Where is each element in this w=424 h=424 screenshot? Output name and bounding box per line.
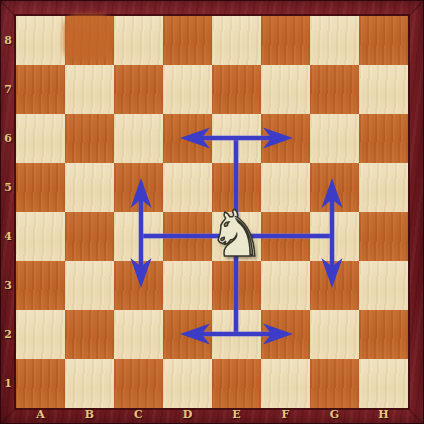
square-e8[interactable] [212,16,261,65]
square-h8[interactable] [359,16,408,65]
square-c2[interactable] [114,310,163,359]
square-b2[interactable] [65,310,114,359]
square-g2[interactable] [310,310,359,359]
square-f2[interactable] [261,310,310,359]
square-b8[interactable] [65,16,114,65]
square-c3[interactable] [114,261,163,310]
square-c7[interactable] [114,65,163,114]
square-g6[interactable] [310,114,359,163]
square-g1[interactable] [310,359,359,408]
square-f1[interactable] [261,359,310,408]
square-c5[interactable] [114,163,163,212]
square-b6[interactable] [65,114,114,163]
square-h3[interactable] [359,261,408,310]
square-g5[interactable] [310,163,359,212]
square-e6[interactable] [212,114,261,163]
rank-label-6: 6 [0,114,16,163]
frame-corner-seam [0,0,16,16]
square-e1[interactable] [212,359,261,408]
square-c1[interactable] [114,359,163,408]
square-d2[interactable] [163,310,212,359]
rank-label-8: 8 [0,16,16,65]
square-g8[interactable] [310,16,359,65]
rank-label-2: 2 [0,310,16,359]
square-g3[interactable] [310,261,359,310]
rank-label-4: 4 [0,212,16,261]
square-a1[interactable] [16,359,65,408]
square-b3[interactable] [65,261,114,310]
file-label-h: H [359,407,408,424]
square-b5[interactable] [65,163,114,212]
square-h6[interactable] [359,114,408,163]
file-label-c: C [114,407,163,424]
file-label-f: F [261,407,310,424]
square-a7[interactable] [16,65,65,114]
frame-corner-seam [408,408,424,424]
square-h4[interactable] [359,212,408,261]
square-c8[interactable] [114,16,163,65]
chessboard-app: ♞ 87654321ABCDEFGH [0,0,424,424]
file-label-g: G [310,407,359,424]
square-a8[interactable] [16,16,65,65]
square-b7[interactable] [65,65,114,114]
square-g4[interactable] [310,212,359,261]
square-c6[interactable] [114,114,163,163]
square-e7[interactable] [212,65,261,114]
file-label-d: D [163,407,212,424]
square-b1[interactable] [65,359,114,408]
frame-corner-seam [408,0,424,16]
square-a2[interactable] [16,310,65,359]
square-d7[interactable] [163,65,212,114]
square-d1[interactable] [163,359,212,408]
rank-label-5: 5 [0,163,16,212]
square-a3[interactable] [16,261,65,310]
rank-label-7: 7 [0,65,16,114]
square-f8[interactable] [261,16,310,65]
square-e2[interactable] [212,310,261,359]
piece-white-knight-e4[interactable]: ♞ [200,196,273,274]
square-a5[interactable] [16,163,65,212]
square-f7[interactable] [261,65,310,114]
square-h5[interactable] [359,163,408,212]
square-a6[interactable] [16,114,65,163]
square-d8[interactable] [163,16,212,65]
square-f6[interactable] [261,114,310,163]
square-g7[interactable] [310,65,359,114]
square-h1[interactable] [359,359,408,408]
chess-board: ♞ [16,16,408,408]
file-label-a: A [16,407,65,424]
rank-label-1: 1 [0,359,16,408]
file-label-e: E [212,407,261,424]
frame-corner-seam [0,408,16,424]
square-a4[interactable] [16,212,65,261]
rank-label-3: 3 [0,261,16,310]
square-d6[interactable] [163,114,212,163]
square-h2[interactable] [359,310,408,359]
file-label-b: B [65,407,114,424]
square-b4[interactable] [65,212,114,261]
square-h7[interactable] [359,65,408,114]
square-c4[interactable] [114,212,163,261]
